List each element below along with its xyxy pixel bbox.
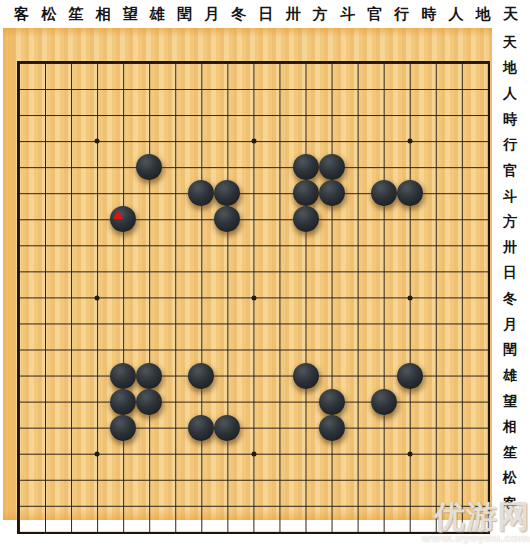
- column-label-16: 時: [415, 0, 442, 28]
- star-point: [251, 139, 256, 144]
- black-stone: [214, 415, 240, 441]
- column-label-7: 閏: [171, 0, 198, 28]
- black-stone: [397, 363, 423, 389]
- go-board[interactable]: [3, 28, 492, 520]
- board-intersections[interactable]: [19, 63, 488, 532]
- column-label-11: 卅: [280, 0, 307, 28]
- black-stone: [136, 154, 162, 180]
- column-label-13: 斗: [334, 0, 361, 28]
- column-label-8: 月: [198, 0, 225, 28]
- black-stone: [293, 180, 319, 206]
- row-label-14: 雄: [492, 363, 528, 389]
- row-label-5: 行: [492, 133, 528, 159]
- star-point: [95, 451, 100, 456]
- column-label-12: 方: [307, 0, 334, 28]
- star-point: [95, 139, 100, 144]
- black-stone: [136, 363, 162, 389]
- star-point: [407, 295, 412, 300]
- star-point: [407, 139, 412, 144]
- black-stone: [214, 180, 240, 206]
- black-stone: [319, 154, 345, 180]
- star-point: [95, 295, 100, 300]
- black-stone: [319, 389, 345, 415]
- go-diagram: 客松笙相望雄閏月冬日卅方斗官行時人地天 天地人時行官斗方卅日冬月閏雄望相笙松客 …: [0, 0, 530, 547]
- black-stone: [293, 363, 319, 389]
- black-stone: [188, 180, 214, 206]
- black-stone: [110, 206, 136, 232]
- black-stone: [214, 206, 240, 232]
- row-label-15: 望: [492, 389, 528, 415]
- row-label-11: 冬: [492, 286, 528, 312]
- column-label-14: 官: [361, 0, 388, 28]
- star-point: [251, 295, 256, 300]
- column-label-9: 冬: [225, 0, 252, 28]
- row-label-16: 相: [492, 414, 528, 440]
- black-stone: [319, 415, 345, 441]
- row-label-12: 月: [492, 312, 528, 338]
- last-move-marker-icon: [113, 210, 123, 219]
- black-stone: [293, 154, 319, 180]
- row-label-17: 笙: [492, 440, 528, 466]
- column-label-4: 相: [89, 0, 116, 28]
- column-label-1: 客: [8, 0, 35, 28]
- black-stone: [293, 206, 319, 232]
- column-label-2: 松: [35, 0, 62, 28]
- row-label-8: 方: [492, 209, 528, 235]
- black-stone: [371, 389, 397, 415]
- row-label-9: 卅: [492, 235, 528, 261]
- row-label-6: 官: [492, 158, 528, 184]
- black-stone: [188, 363, 214, 389]
- column-label-19: 天: [497, 0, 524, 28]
- row-label-19: 客: [492, 491, 528, 517]
- column-label-6: 雄: [144, 0, 171, 28]
- column-label-3: 笙: [62, 0, 89, 28]
- column-label-10: 日: [252, 0, 279, 28]
- star-point: [407, 451, 412, 456]
- column-label-15: 行: [388, 0, 415, 28]
- black-stone: [188, 415, 214, 441]
- black-stone: [371, 180, 397, 206]
- top-coordinate-labels: 客松笙相望雄閏月冬日卅方斗官行時人地天: [8, 0, 524, 28]
- black-stone: [110, 389, 136, 415]
- star-point: [251, 451, 256, 456]
- row-label-13: 閏: [492, 338, 528, 364]
- column-label-17: 人: [443, 0, 470, 28]
- row-label-3: 人: [492, 81, 528, 107]
- column-label-5: 望: [117, 0, 144, 28]
- column-label-18: 地: [470, 0, 497, 28]
- row-label-7: 斗: [492, 184, 528, 210]
- row-label-1: 天: [492, 30, 528, 56]
- black-stone: [397, 180, 423, 206]
- row-label-10: 日: [492, 261, 528, 287]
- black-stone: [136, 389, 162, 415]
- black-stone: [110, 415, 136, 441]
- right-coordinate-labels: 天地人時行官斗方卅日冬月閏雄望相笙松客: [492, 30, 528, 517]
- row-label-2: 地: [492, 56, 528, 82]
- black-stone: [319, 180, 345, 206]
- row-label-4: 時: [492, 107, 528, 133]
- black-stone: [110, 363, 136, 389]
- row-label-18: 松: [492, 466, 528, 492]
